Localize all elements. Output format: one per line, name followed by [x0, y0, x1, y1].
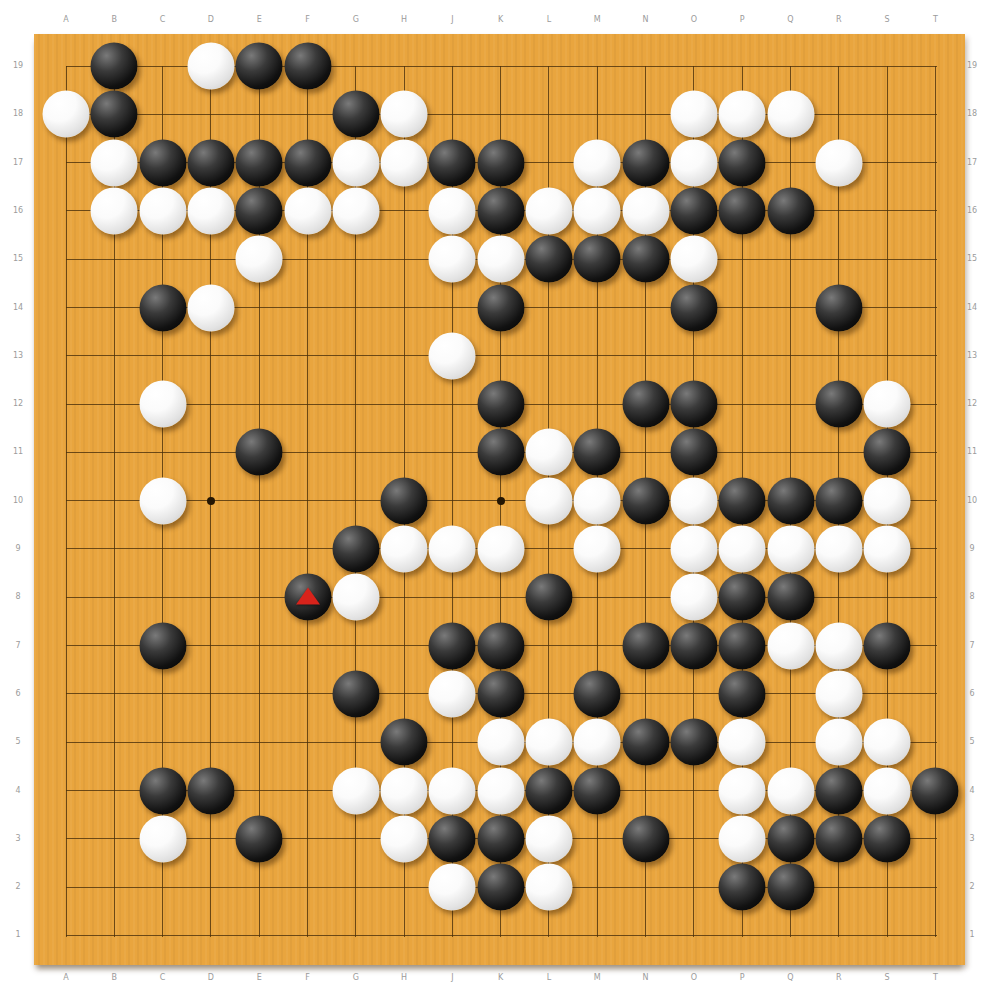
intersection-S6[interactable] — [863, 670, 911, 718]
intersection-H19[interactable] — [380, 66, 428, 91]
intersection-T6[interactable] — [911, 670, 936, 718]
intersection-D3[interactable] — [187, 815, 235, 863]
stone-black-P16[interactable] — [719, 187, 766, 234]
intersection-T5[interactable] — [911, 718, 936, 766]
stone-white-C16[interactable] — [139, 187, 186, 234]
stone-white-H17[interactable] — [381, 139, 428, 186]
stone-white-P18[interactable] — [719, 91, 766, 138]
intersection-B9[interactable] — [90, 525, 138, 573]
intersection-M12[interactable] — [573, 380, 621, 428]
intersection-J10[interactable] — [428, 477, 476, 525]
intersection-T3[interactable] — [911, 815, 936, 863]
intersection-R15[interactable] — [815, 235, 863, 283]
intersection-O1[interactable] — [670, 911, 718, 936]
stone-white-S12[interactable] — [864, 381, 911, 428]
intersection-R8[interactable] — [815, 573, 863, 621]
stone-white-D14[interactable] — [187, 284, 234, 331]
intersection-N19[interactable] — [621, 66, 669, 91]
intersection-T9[interactable] — [911, 525, 936, 573]
intersection-Q1[interactable] — [766, 911, 814, 936]
intersection-P1[interactable] — [718, 911, 766, 936]
intersection-L12[interactable] — [525, 380, 573, 428]
intersection-Q17[interactable] — [766, 138, 814, 186]
stone-white-O15[interactable] — [670, 236, 717, 283]
intersection-D5[interactable] — [187, 718, 235, 766]
stone-black-P17[interactable] — [719, 139, 766, 186]
intersection-D8[interactable] — [187, 573, 235, 621]
intersection-R2[interactable] — [815, 863, 863, 911]
stone-white-F16[interactable] — [284, 187, 331, 234]
intersection-B4[interactable] — [90, 766, 138, 814]
stone-black-B18[interactable] — [91, 91, 138, 138]
stone-white-O10[interactable] — [670, 477, 717, 524]
intersection-E10[interactable] — [235, 477, 283, 525]
intersection-A10[interactable] — [66, 477, 91, 525]
intersection-F3[interactable] — [283, 815, 331, 863]
intersection-F14[interactable] — [283, 283, 331, 331]
intersection-M14[interactable] — [573, 283, 621, 331]
intersection-R1[interactable] — [815, 911, 863, 936]
intersection-J8[interactable] — [428, 573, 476, 621]
intersection-C6[interactable] — [138, 670, 186, 718]
stone-white-K4[interactable] — [477, 767, 524, 814]
intersection-B2[interactable] — [90, 863, 138, 911]
stone-black-S11[interactable] — [864, 429, 911, 476]
intersection-E13[interactable] — [235, 332, 283, 380]
stone-white-L2[interactable] — [526, 864, 573, 911]
stone-black-K17[interactable] — [477, 139, 524, 186]
stone-white-A18[interactable] — [43, 91, 90, 138]
stone-black-P6[interactable] — [719, 670, 766, 717]
intersection-O2[interactable] — [670, 863, 718, 911]
intersection-A14[interactable] — [66, 283, 91, 331]
intersection-C19[interactable] — [138, 66, 186, 91]
intersection-D12[interactable] — [187, 380, 235, 428]
stone-black-N3[interactable] — [622, 815, 669, 862]
stone-white-M5[interactable] — [574, 719, 621, 766]
stone-white-R9[interactable] — [815, 526, 862, 573]
intersection-C8[interactable] — [138, 573, 186, 621]
intersection-B8[interactable] — [90, 573, 138, 621]
intersection-J5[interactable] — [428, 718, 476, 766]
intersection-F10[interactable] — [283, 477, 331, 525]
stone-white-S4[interactable] — [864, 767, 911, 814]
intersection-F13[interactable] — [283, 332, 331, 380]
intersection-F15[interactable] — [283, 235, 331, 283]
intersection-S2[interactable] — [863, 863, 911, 911]
stone-black-N15[interactable] — [622, 236, 669, 283]
stone-black-N5[interactable] — [622, 719, 669, 766]
intersection-G2[interactable] — [332, 863, 380, 911]
intersection-H14[interactable] — [380, 283, 428, 331]
stone-white-Q9[interactable] — [767, 526, 814, 573]
stone-black-K14[interactable] — [477, 284, 524, 331]
intersection-R19[interactable] — [815, 66, 863, 91]
intersection-L1[interactable] — [525, 911, 573, 936]
stone-white-J2[interactable] — [429, 864, 476, 911]
stone-white-C3[interactable] — [139, 815, 186, 862]
stone-white-B17[interactable] — [91, 139, 138, 186]
intersection-A4[interactable] — [66, 766, 91, 814]
stone-black-K7[interactable] — [477, 622, 524, 669]
stone-white-R7[interactable] — [815, 622, 862, 669]
intersection-H8[interactable] — [380, 573, 428, 621]
stone-white-H3[interactable] — [381, 815, 428, 862]
stone-white-E15[interactable] — [236, 236, 283, 283]
intersection-M7[interactable] — [573, 621, 621, 669]
stone-black-R12[interactable] — [815, 381, 862, 428]
intersection-L7[interactable] — [525, 621, 573, 669]
intersection-A7[interactable] — [66, 621, 91, 669]
stone-black-J7[interactable] — [429, 622, 476, 669]
stone-black-H5[interactable] — [381, 719, 428, 766]
stone-white-J15[interactable] — [429, 236, 476, 283]
stone-black-R4[interactable] — [815, 767, 862, 814]
stone-black-S7[interactable] — [864, 622, 911, 669]
stone-black-T4[interactable] — [912, 767, 959, 814]
intersection-C2[interactable] — [138, 863, 186, 911]
stone-black-L4[interactable] — [526, 767, 573, 814]
intersection-A19[interactable] — [66, 66, 91, 91]
intersection-B1[interactable] — [90, 911, 138, 936]
intersection-M2[interactable] — [573, 863, 621, 911]
stone-black-E16[interactable] — [236, 187, 283, 234]
intersection-R11[interactable] — [815, 428, 863, 476]
intersection-Q11[interactable] — [766, 428, 814, 476]
intersection-B15[interactable] — [90, 235, 138, 283]
intersection-B10[interactable] — [90, 477, 138, 525]
stone-black-M11[interactable] — [574, 429, 621, 476]
stone-white-L5[interactable] — [526, 719, 573, 766]
stone-black-L8[interactable] — [526, 574, 573, 621]
intersection-E4[interactable] — [235, 766, 283, 814]
stone-black-Q10[interactable] — [767, 477, 814, 524]
intersection-F18[interactable] — [283, 90, 331, 138]
intersection-G13[interactable] — [332, 332, 380, 380]
intersection-N13[interactable] — [621, 332, 669, 380]
stone-white-L10[interactable] — [526, 477, 573, 524]
stone-white-Q18[interactable] — [767, 91, 814, 138]
intersection-A15[interactable] — [66, 235, 91, 283]
stone-black-H10[interactable] — [381, 477, 428, 524]
intersection-S14[interactable] — [863, 283, 911, 331]
stone-white-H4[interactable] — [381, 767, 428, 814]
intersection-P19[interactable] — [718, 66, 766, 91]
intersection-G14[interactable] — [332, 283, 380, 331]
stone-white-R6[interactable] — [815, 670, 862, 717]
stone-black-Q8[interactable] — [767, 574, 814, 621]
intersection-M13[interactable] — [573, 332, 621, 380]
intersection-F6[interactable] — [283, 670, 331, 718]
stone-white-L16[interactable] — [526, 187, 573, 234]
intersection-B5[interactable] — [90, 718, 138, 766]
intersection-K13[interactable] — [477, 332, 525, 380]
intersection-K1[interactable] — [477, 911, 525, 936]
intersection-E1[interactable] — [235, 911, 283, 936]
intersection-Q6[interactable] — [766, 670, 814, 718]
intersection-A6[interactable] — [66, 670, 91, 718]
stone-black-Q2[interactable] — [767, 864, 814, 911]
stone-black-C17[interactable] — [139, 139, 186, 186]
stone-white-Q7[interactable] — [767, 622, 814, 669]
stone-black-P10[interactable] — [719, 477, 766, 524]
intersection-S15[interactable] — [863, 235, 911, 283]
stone-black-K11[interactable] — [477, 429, 524, 476]
intersection-C5[interactable] — [138, 718, 186, 766]
intersection-E14[interactable] — [235, 283, 283, 331]
intersection-T11[interactable] — [911, 428, 936, 476]
intersection-G7[interactable] — [332, 621, 380, 669]
intersection-K8[interactable] — [477, 573, 525, 621]
stone-black-D17[interactable] — [187, 139, 234, 186]
stone-white-M10[interactable] — [574, 477, 621, 524]
intersection-T2[interactable] — [911, 863, 936, 911]
intersection-L9[interactable] — [525, 525, 573, 573]
intersection-M1[interactable] — [573, 911, 621, 936]
intersection-J12[interactable] — [428, 380, 476, 428]
stone-black-R14[interactable] — [815, 284, 862, 331]
intersection-R13[interactable] — [815, 332, 863, 380]
intersection-A1[interactable] — [66, 911, 91, 936]
intersection-H12[interactable] — [380, 380, 428, 428]
intersection-N9[interactable] — [621, 525, 669, 573]
intersection-G15[interactable] — [332, 235, 380, 283]
stone-white-P3[interactable] — [719, 815, 766, 862]
stone-black-E3[interactable] — [236, 815, 283, 862]
intersection-C13[interactable] — [138, 332, 186, 380]
intersection-O3[interactable] — [670, 815, 718, 863]
stone-black-J3[interactable] — [429, 815, 476, 862]
intersection-F11[interactable] — [283, 428, 331, 476]
intersection-G3[interactable] — [332, 815, 380, 863]
stone-black-K16[interactable] — [477, 187, 524, 234]
stone-white-G16[interactable] — [332, 187, 379, 234]
stone-white-G4[interactable] — [332, 767, 379, 814]
stone-white-B16[interactable] — [91, 187, 138, 234]
stone-black-O14[interactable] — [670, 284, 717, 331]
intersection-E7[interactable] — [235, 621, 283, 669]
intersection-T19[interactable] — [911, 66, 936, 91]
intersection-G1[interactable] — [332, 911, 380, 936]
intersection-P15[interactable] — [718, 235, 766, 283]
intersection-S17[interactable] — [863, 138, 911, 186]
intersection-L13[interactable] — [525, 332, 573, 380]
stone-black-O7[interactable] — [670, 622, 717, 669]
intersection-E8[interactable] — [235, 573, 283, 621]
intersection-F2[interactable] — [283, 863, 331, 911]
stone-black-E19[interactable] — [236, 43, 283, 90]
stone-white-O18[interactable] — [670, 91, 717, 138]
stone-black-F19[interactable] — [284, 43, 331, 90]
intersection-J1[interactable] — [428, 911, 476, 936]
intersection-A5[interactable] — [66, 718, 91, 766]
intersection-T13[interactable] — [911, 332, 936, 380]
stone-white-J6[interactable] — [429, 670, 476, 717]
intersection-B13[interactable] — [90, 332, 138, 380]
stone-white-S9[interactable] — [864, 526, 911, 573]
stone-white-O8[interactable] — [670, 574, 717, 621]
intersection-L6[interactable] — [525, 670, 573, 718]
intersection-S18[interactable] — [863, 90, 911, 138]
intersection-N2[interactable] — [621, 863, 669, 911]
intersection-M18[interactable] — [573, 90, 621, 138]
intersection-D11[interactable] — [187, 428, 235, 476]
stone-black-M6[interactable] — [574, 670, 621, 717]
stone-black-G6[interactable] — [332, 670, 379, 717]
intersection-R16[interactable] — [815, 187, 863, 235]
stone-white-S10[interactable] — [864, 477, 911, 524]
stone-white-J13[interactable] — [429, 332, 476, 379]
intersection-M19[interactable] — [573, 66, 621, 91]
intersection-N8[interactable] — [621, 573, 669, 621]
stone-white-M17[interactable] — [574, 139, 621, 186]
stone-black-F17[interactable] — [284, 139, 331, 186]
intersection-H13[interactable] — [380, 332, 428, 380]
stone-white-J9[interactable] — [429, 526, 476, 573]
intersection-C1[interactable] — [138, 911, 186, 936]
intersection-Q14[interactable] — [766, 283, 814, 331]
stone-black-C4[interactable] — [139, 767, 186, 814]
intersection-G10[interactable] — [332, 477, 380, 525]
intersection-G11[interactable] — [332, 428, 380, 476]
intersection-F5[interactable] — [283, 718, 331, 766]
intersection-O19[interactable] — [670, 66, 718, 91]
intersection-K18[interactable] — [477, 90, 525, 138]
intersection-E18[interactable] — [235, 90, 283, 138]
stone-white-L11[interactable] — [526, 429, 573, 476]
intersection-Q13[interactable] — [766, 332, 814, 380]
stone-black-L15[interactable] — [526, 236, 573, 283]
stone-black-O16[interactable] — [670, 187, 717, 234]
stone-black-K6[interactable] — [477, 670, 524, 717]
intersection-D2[interactable] — [187, 863, 235, 911]
intersection-L18[interactable] — [525, 90, 573, 138]
intersection-A11[interactable] — [66, 428, 91, 476]
stone-black-J17[interactable] — [429, 139, 476, 186]
stone-black-C7[interactable] — [139, 622, 186, 669]
intersection-B7[interactable] — [90, 621, 138, 669]
intersection-O4[interactable] — [670, 766, 718, 814]
stone-white-G17[interactable] — [332, 139, 379, 186]
stone-black-P7[interactable] — [719, 622, 766, 669]
stone-black-N10[interactable] — [622, 477, 669, 524]
intersection-D13[interactable] — [187, 332, 235, 380]
intersection-A13[interactable] — [66, 332, 91, 380]
intersection-H1[interactable] — [380, 911, 428, 936]
intersection-N11[interactable] — [621, 428, 669, 476]
stone-black-E11[interactable] — [236, 429, 283, 476]
intersection-N14[interactable] — [621, 283, 669, 331]
intersection-T12[interactable] — [911, 380, 936, 428]
intersection-H2[interactable] — [380, 863, 428, 911]
intersection-D6[interactable] — [187, 670, 235, 718]
intersection-S19[interactable] — [863, 66, 911, 91]
stone-black-G9[interactable] — [332, 526, 379, 573]
intersection-D15[interactable] — [187, 235, 235, 283]
intersection-A8[interactable] — [66, 573, 91, 621]
stone-black-P8[interactable] — [719, 574, 766, 621]
stone-white-H18[interactable] — [381, 91, 428, 138]
intersection-H16[interactable] — [380, 187, 428, 235]
intersection-E6[interactable] — [235, 670, 283, 718]
stone-black-M4[interactable] — [574, 767, 621, 814]
intersection-H7[interactable] — [380, 621, 428, 669]
stone-white-P9[interactable] — [719, 526, 766, 573]
intersection-F1[interactable] — [283, 911, 331, 936]
stone-white-P5[interactable] — [719, 719, 766, 766]
intersection-G12[interactable] — [332, 380, 380, 428]
intersection-G5[interactable] — [332, 718, 380, 766]
stone-white-L3[interactable] — [526, 815, 573, 862]
intersection-R18[interactable] — [815, 90, 863, 138]
intersection-D1[interactable] — [187, 911, 235, 936]
intersection-B3[interactable] — [90, 815, 138, 863]
intersection-A9[interactable] — [66, 525, 91, 573]
intersection-T8[interactable] — [911, 573, 936, 621]
stone-black-R10[interactable] — [815, 477, 862, 524]
stone-black-P2[interactable] — [719, 864, 766, 911]
stone-black-M15[interactable] — [574, 236, 621, 283]
intersection-S13[interactable] — [863, 332, 911, 380]
stone-white-O9[interactable] — [670, 526, 717, 573]
intersection-O6[interactable] — [670, 670, 718, 718]
intersection-E2[interactable] — [235, 863, 283, 911]
stone-black-O11[interactable] — [670, 429, 717, 476]
intersection-A17[interactable] — [66, 138, 91, 186]
intersection-T15[interactable] — [911, 235, 936, 283]
intersection-P11[interactable] — [718, 428, 766, 476]
intersection-P12[interactable] — [718, 380, 766, 428]
intersection-E12[interactable] — [235, 380, 283, 428]
stone-white-D16[interactable] — [187, 187, 234, 234]
intersection-H11[interactable] — [380, 428, 428, 476]
intersection-N6[interactable] — [621, 670, 669, 718]
intersection-C9[interactable] — [138, 525, 186, 573]
intersection-E9[interactable] — [235, 525, 283, 573]
intersection-J18[interactable] — [428, 90, 476, 138]
intersection-Q5[interactable] — [766, 718, 814, 766]
stone-white-K15[interactable] — [477, 236, 524, 283]
intersection-A3[interactable] — [66, 815, 91, 863]
stone-black-G18[interactable] — [332, 91, 379, 138]
intersection-Q15[interactable] — [766, 235, 814, 283]
intersection-E5[interactable] — [235, 718, 283, 766]
stone-white-O17[interactable] — [670, 139, 717, 186]
stone-black-Q16[interactable] — [767, 187, 814, 234]
stone-black-O5[interactable] — [670, 719, 717, 766]
stone-black-B19[interactable] — [91, 43, 138, 90]
stone-white-J4[interactable] — [429, 767, 476, 814]
intersection-A12[interactable] — [66, 380, 91, 428]
intersection-L14[interactable] — [525, 283, 573, 331]
intersection-A2[interactable] — [66, 863, 91, 911]
intersection-Q19[interactable] — [766, 66, 814, 91]
intersection-C18[interactable] — [138, 90, 186, 138]
intersection-T16[interactable] — [911, 187, 936, 235]
stone-black-Q3[interactable] — [767, 815, 814, 862]
intersection-D18[interactable] — [187, 90, 235, 138]
intersection-O13[interactable] — [670, 332, 718, 380]
intersection-A16[interactable] — [66, 187, 91, 235]
stone-black-K2[interactable] — [477, 864, 524, 911]
stone-white-K5[interactable] — [477, 719, 524, 766]
intersection-J11[interactable] — [428, 428, 476, 476]
intersection-B12[interactable] — [90, 380, 138, 428]
stone-white-K9[interactable] — [477, 526, 524, 573]
intersection-Q12[interactable] — [766, 380, 814, 428]
stone-black-D4[interactable] — [187, 767, 234, 814]
intersection-K19[interactable] — [477, 66, 525, 91]
